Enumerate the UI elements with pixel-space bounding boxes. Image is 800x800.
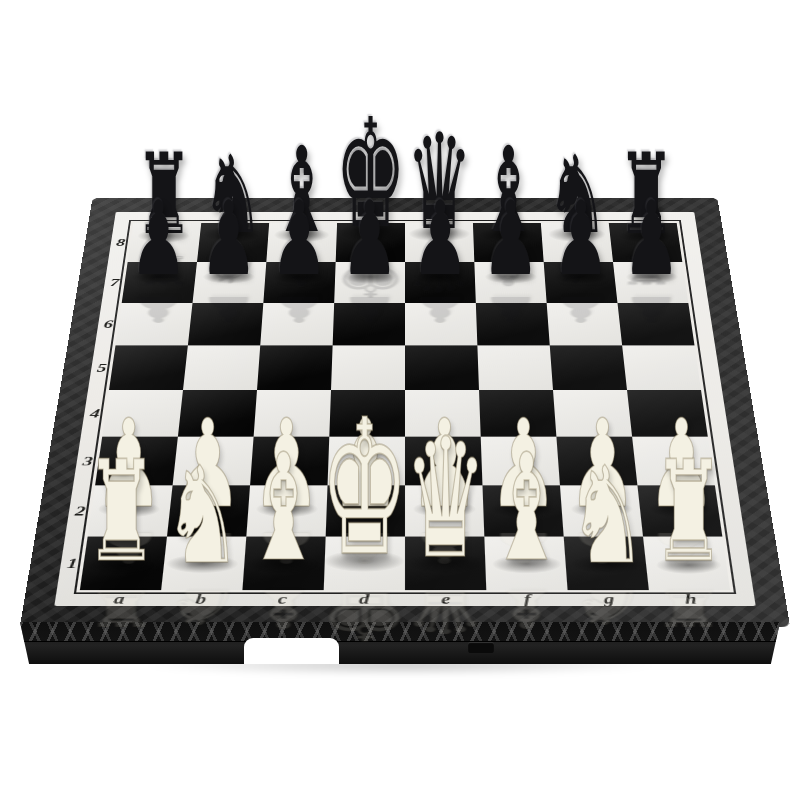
square-h7: [613, 262, 688, 303]
square-h4: [627, 390, 708, 437]
square-e2: [405, 485, 484, 536]
square-a1: [80, 537, 167, 591]
square-b8: [197, 223, 269, 262]
square-b7: [193, 262, 267, 303]
square-c2: [246, 485, 327, 536]
square-h2: [637, 485, 722, 536]
square-a5: [109, 345, 188, 390]
square-a4: [102, 390, 183, 437]
square-c5: [257, 345, 333, 390]
square-g8: [541, 223, 613, 262]
rank-label-6: 6: [103, 318, 114, 329]
square-d4: [329, 390, 405, 437]
rim-zigzag-texture: [20, 622, 780, 642]
square-g4: [553, 390, 632, 437]
thumb-notch: [244, 638, 339, 666]
square-e5: [405, 345, 479, 390]
square-c6: [260, 303, 334, 346]
square-g5: [550, 345, 627, 390]
square-f8: [473, 223, 544, 262]
square-c4: [254, 390, 331, 437]
square-h3: [632, 437, 715, 486]
square-f1: [484, 537, 567, 591]
square-e4: [405, 390, 481, 437]
square-d5: [331, 345, 405, 390]
square-e1: [405, 537, 486, 591]
square-b2: [167, 485, 250, 536]
square-g7: [544, 262, 618, 303]
board-plane: 87654321 abcdefgh: [20, 198, 791, 628]
square-c1: [242, 537, 325, 591]
square-g1: [564, 537, 649, 591]
square-a6: [115, 303, 192, 346]
rank-label-7: 7: [109, 277, 120, 287]
square-f7: [474, 262, 546, 303]
file-label-h: h: [684, 591, 697, 605]
file-label-b: b: [195, 591, 207, 605]
file-label-g: g: [603, 591, 615, 605]
square-b5: [183, 345, 260, 390]
square-b4: [178, 390, 257, 437]
square-e8: [405, 223, 474, 262]
latch-slot: [468, 642, 494, 653]
square-e3: [405, 437, 482, 486]
square-e6: [405, 303, 477, 346]
square-f5: [477, 345, 553, 390]
square-f6: [476, 303, 550, 346]
square-d6: [333, 303, 405, 346]
file-label-a: a: [113, 591, 125, 605]
square-h1: [643, 537, 730, 591]
square-g6: [547, 303, 622, 346]
square-f2: [482, 485, 563, 536]
rank-label-8: 8: [116, 237, 126, 247]
rank-label-2: 2: [74, 504, 86, 517]
square-d1: [324, 537, 405, 591]
square-c3: [250, 437, 329, 486]
file-label-f: f: [524, 591, 532, 605]
file-label-c: c: [278, 591, 288, 605]
square-h8: [609, 223, 683, 262]
square-g3: [556, 437, 637, 486]
square-d2: [326, 485, 405, 536]
rank-label-3: 3: [82, 454, 94, 467]
square-h5: [622, 345, 701, 390]
square-b1: [161, 537, 246, 591]
square-a3: [95, 437, 178, 486]
square-d7: [334, 262, 405, 303]
square-a8: [128, 223, 202, 262]
file-label-e: e: [441, 591, 451, 605]
chessboard-grid: [80, 223, 730, 590]
rank-label-4: 4: [89, 407, 100, 419]
board-front-rim: [20, 622, 780, 664]
square-b3: [173, 437, 254, 486]
rank-label-1: 1: [66, 556, 78, 570]
square-a2: [88, 485, 173, 536]
square-f3: [481, 437, 560, 486]
square-e7: [405, 262, 476, 303]
square-g2: [560, 485, 643, 536]
square-c8: [266, 223, 337, 262]
square-c7: [263, 262, 335, 303]
chess-set-photo: 87654321 abcdefgh ♜♜♞♞♝♝♚♚♛♛♝♝♞♞♜♜♟♟♟♟♟♟…: [0, 0, 800, 800]
square-d3: [328, 437, 405, 486]
square-b6: [188, 303, 263, 346]
square-h6: [617, 303, 694, 346]
file-label-d: d: [359, 591, 370, 605]
rank-label-5: 5: [96, 362, 107, 373]
square-f4: [479, 390, 556, 437]
square-a7: [122, 262, 197, 303]
square-d8: [336, 223, 405, 262]
